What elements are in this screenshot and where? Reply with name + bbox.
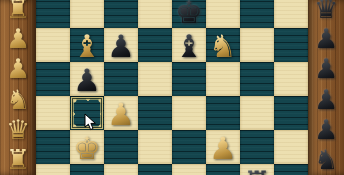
square-e3[interactable] xyxy=(172,130,206,164)
square-b3[interactable]: ♚ xyxy=(70,130,104,164)
captured-black-knight: ♞ xyxy=(308,145,344,175)
square-g5[interactable] xyxy=(240,62,274,96)
square-c6[interactable]: ♟ xyxy=(104,28,138,62)
square-d7[interactable] xyxy=(138,0,172,28)
square-g3[interactable] xyxy=(240,130,274,164)
square-g7[interactable] xyxy=(240,0,274,28)
captured-black-queen: ♛ xyxy=(308,0,344,24)
square-g2[interactable]: ♜ xyxy=(240,164,274,175)
black-rook-piece[interactable]: ♜ xyxy=(240,164,274,175)
square-a6[interactable] xyxy=(36,28,70,62)
white-knight-piece[interactable]: ♞ xyxy=(206,28,240,62)
square-f7[interactable] xyxy=(206,0,240,28)
square-b6[interactable]: ♝ xyxy=(70,28,104,62)
square-h4[interactable] xyxy=(274,96,308,130)
square-e7[interactable]: ♚ xyxy=(172,0,206,28)
square-b5[interactable]: ♟ xyxy=(70,62,104,96)
square-f4[interactable] xyxy=(206,96,240,130)
square-g4[interactable] xyxy=(240,96,274,130)
square-h7[interactable] xyxy=(274,0,308,28)
square-h5[interactable] xyxy=(274,62,308,96)
square-a2[interactable] xyxy=(36,164,70,175)
square-a7[interactable] xyxy=(36,0,70,28)
white-king-piece[interactable]: ♚ xyxy=(70,130,104,164)
black-pawn-piece[interactable]: ♟ xyxy=(70,62,104,96)
captured-black-pieces-tray: ♛♟♟♟♟♞ xyxy=(308,0,344,175)
square-b7[interactable] xyxy=(70,0,104,28)
square-h2[interactable] xyxy=(274,164,308,175)
captured-white-queen: ♛ xyxy=(0,115,36,145)
square-h3[interactable] xyxy=(274,130,308,164)
square-d6[interactable] xyxy=(138,28,172,62)
white-bishop-piece[interactable]: ♝ xyxy=(70,28,104,62)
captured-white-rook: ♜ xyxy=(0,145,36,175)
square-c5[interactable] xyxy=(104,62,138,96)
square-e5[interactable] xyxy=(172,62,206,96)
square-c2[interactable] xyxy=(104,164,138,175)
captured-white-knight: ♞ xyxy=(0,85,36,115)
square-f5[interactable] xyxy=(206,62,240,96)
captured-black-pawn: ♟ xyxy=(308,54,344,84)
white-pawn-piece[interactable]: ♟ xyxy=(206,130,240,164)
captured-black-pawn: ♟ xyxy=(308,85,344,115)
captured-white-pawn: ♟ xyxy=(0,24,36,54)
white-pawn-piece[interactable]: ♟ xyxy=(104,96,138,130)
square-e6[interactable]: ♝ xyxy=(172,28,206,62)
black-king-piece[interactable]: ♚ xyxy=(172,0,206,28)
square-g6[interactable] xyxy=(240,28,274,62)
mouse-cursor-icon xyxy=(84,113,98,132)
captured-white-rook: ♜ xyxy=(0,0,36,24)
square-d4[interactable] xyxy=(138,96,172,130)
chess-board[interactable]: ♚♝♟♝♞♟♟♚♟♜ xyxy=(36,0,308,175)
black-bishop-piece[interactable]: ♝ xyxy=(172,28,206,62)
square-a5[interactable] xyxy=(36,62,70,96)
square-a4[interactable] xyxy=(36,96,70,130)
square-d2[interactable] xyxy=(138,164,172,175)
square-d3[interactable] xyxy=(138,130,172,164)
square-c4[interactable]: ♟ xyxy=(104,96,138,130)
square-e2[interactable] xyxy=(172,164,206,175)
square-d5[interactable] xyxy=(138,62,172,96)
captured-black-pawn: ♟ xyxy=(308,24,344,54)
square-a3[interactable] xyxy=(36,130,70,164)
square-c3[interactable] xyxy=(104,130,138,164)
black-pawn-piece[interactable]: ♟ xyxy=(104,28,138,62)
square-e4[interactable] xyxy=(172,96,206,130)
square-f3[interactable]: ♟ xyxy=(206,130,240,164)
captured-black-pawn: ♟ xyxy=(308,115,344,145)
square-c7[interactable] xyxy=(104,0,138,28)
square-h6[interactable] xyxy=(274,28,308,62)
captured-white-pieces-tray: ♜♟♟♞♛♜ xyxy=(0,0,36,175)
captured-white-pawn: ♟ xyxy=(0,54,36,84)
square-f6[interactable]: ♞ xyxy=(206,28,240,62)
chess-app-window: ♜♟♟♞♛♜ ♚♝♟♝♞♟♟♚♟♜ ♛♟♟♟♟♞ xyxy=(0,0,344,175)
